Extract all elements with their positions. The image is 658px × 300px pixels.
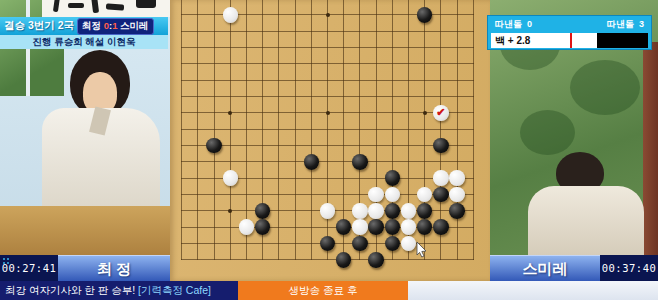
black-stone [352,154,368,170]
left-player-table [0,206,170,258]
ticker-headline: 최강 여자기사와 한 판 승부! [기력측정 Cafe] [0,281,238,300]
black-stone [433,138,449,154]
board-gridline-vertical [214,0,215,260]
ticker-tag: [기력측정 Cafe] [138,284,211,296]
star-point [228,209,232,213]
foliage-blob [520,110,575,155]
event-banner: 결승 3번기 2국 최정 0:1 스미레 [0,17,168,35]
board-gridline-horizontal [181,47,474,48]
white-stone [352,219,368,235]
black-stone [449,203,465,219]
go-board: ✔ [170,0,490,281]
white-stone [401,236,417,252]
board-gridline-horizontal [181,129,474,130]
white-stone [352,203,368,219]
winrate-bar: 백 + 2.8 [491,33,648,48]
white-stone [223,7,239,23]
black-stone [368,252,384,268]
board-gridline-horizontal [181,161,474,162]
black-stone [385,170,401,186]
black-stone [206,138,222,154]
white-stone [449,187,465,203]
white-stone [239,219,255,235]
white-stone [401,203,417,219]
black-stone [304,154,320,170]
board-gridline-vertical [181,0,182,260]
board-gridline-vertical [327,0,328,260]
board-gridline-horizontal [181,31,474,32]
left-player-clock: 00:27:41 [0,255,58,281]
news-ticker: 최강 여자기사와 한 판 승부! [기력측정 Cafe] 생방송 종료 후 [0,281,658,300]
black-stone [336,252,352,268]
star-point [423,111,427,115]
board-gridline-vertical [473,0,474,260]
black-stone [433,219,449,235]
black-stone [368,219,384,235]
board-gridline-horizontal [181,145,474,146]
ticker-orange-segment: 생방송 종료 후 [238,281,408,300]
star-point [228,111,232,115]
board-gridline-vertical [457,0,458,260]
calligraphy-logo [42,0,170,17]
ticker-empty-segment [408,281,658,300]
board-gridline-horizontal [181,63,474,64]
black-stone [352,236,368,252]
board-gridline-horizontal [181,96,474,97]
broadcast-frame: ✔ 결승 3번기 2국 최정 0:1 스미레 진행 류승희 해설 이현욱 따낸돌… [0,0,658,300]
event-title: 결승 3번기 2국 [0,19,77,33]
white-stone [401,219,417,235]
white-stone [433,170,449,186]
left-player-nameplate: 최 정 [58,255,170,282]
board-gridline-vertical [311,0,312,260]
black-stone [417,219,433,235]
white-stone [368,203,384,219]
board-gridline-horizontal [181,259,474,260]
captured-stones-right: 따낸돌 3 [607,18,644,31]
board-gridline-vertical [230,0,231,260]
wood-pillar [643,42,658,256]
black-stone [417,7,433,23]
last-move-marker: ✔ [433,105,449,121]
black-stone [385,203,401,219]
white-score-segment: 백 + 2.8 [491,33,597,48]
star-point [326,111,330,115]
black-stone [336,219,352,235]
white-stone [320,203,336,219]
white-stone [385,187,401,203]
right-player-body [528,186,644,256]
captured-stones-left: 따낸돌 0 [495,18,532,31]
black-stone [385,219,401,235]
staff-banner: 진행 류승희 해설 이현욱 [0,35,168,49]
black-stone [385,236,401,252]
black-stone [320,236,336,252]
black-stone [417,203,433,219]
mouse-cursor-icon [416,242,428,258]
black-stone [255,203,271,219]
bar-center-tick [570,33,572,48]
foliage-blob [570,60,640,115]
board-gridline-vertical [295,0,296,260]
right-player-nameplate: 스미레 [490,255,600,282]
clock-dots-decoration [3,258,13,265]
star-point [326,13,330,17]
white-stone [223,170,239,186]
right-player-clock: 00:37:40 [600,255,658,281]
white-stone [449,170,465,186]
match-score-badge: 최정 0:1 스미레 [77,18,154,35]
white-stone [368,187,384,203]
black-stone [255,219,271,235]
board-gridline-vertical [197,0,198,260]
white-stone [417,187,433,203]
black-stone [433,187,449,203]
board-gridline-vertical [278,0,279,260]
score-estimate-panel: 따낸돌 0 따낸돌 3 백 + 2.8 [488,16,651,49]
board-gridline-horizontal [181,80,474,81]
